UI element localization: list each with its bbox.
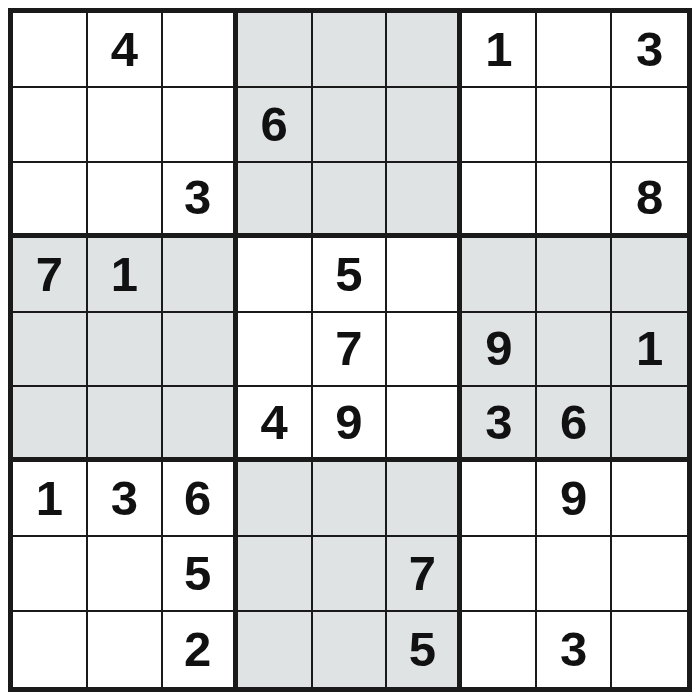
cell-r2c4[interactable]: 6	[238, 88, 313, 163]
cell-r4c8[interactable]	[537, 238, 612, 313]
cell-r4c1[interactable]: 7	[13, 238, 88, 313]
cell-r9c6[interactable]: 5	[387, 612, 462, 687]
cell-r3c8[interactable]	[537, 163, 612, 238]
cell-r7c8[interactable]: 9	[537, 462, 612, 537]
cell-r6c6[interactable]	[387, 387, 462, 462]
cell-r1c5[interactable]	[313, 13, 388, 88]
cell-r3c5[interactable]	[313, 163, 388, 238]
cell-r3c7[interactable]	[462, 163, 537, 238]
cell-r2c1[interactable]	[13, 88, 88, 163]
cell-r2c3[interactable]	[163, 88, 238, 163]
cell-r2c8[interactable]	[537, 88, 612, 163]
cell-r1c8[interactable]	[537, 13, 612, 88]
cell-r3c3[interactable]: 3	[163, 163, 238, 238]
cell-r4c7[interactable]	[462, 238, 537, 313]
cell-r9c8[interactable]: 3	[537, 612, 612, 687]
cell-r4c6[interactable]	[387, 238, 462, 313]
cell-r8c3[interactable]: 5	[163, 537, 238, 612]
cell-r8c8[interactable]	[537, 537, 612, 612]
cell-r2c5[interactable]	[313, 88, 388, 163]
cell-r8c1[interactable]	[13, 537, 88, 612]
cell-r7c5[interactable]	[313, 462, 388, 537]
cell-r5c9[interactable]: 1	[612, 313, 687, 388]
cell-r8c2[interactable]	[88, 537, 163, 612]
cell-r5c7[interactable]: 9	[462, 313, 537, 388]
cell-r6c1[interactable]	[13, 387, 88, 462]
cell-r4c2[interactable]: 1	[88, 238, 163, 313]
cell-r8c9[interactable]	[612, 537, 687, 612]
cell-r2c7[interactable]	[462, 88, 537, 163]
cell-r5c5[interactable]: 7	[313, 313, 388, 388]
cell-r7c6[interactable]	[387, 462, 462, 537]
cell-r2c9[interactable]	[612, 88, 687, 163]
cell-r1c1[interactable]	[13, 13, 88, 88]
cell-r8c6[interactable]: 7	[387, 537, 462, 612]
cell-r7c4[interactable]	[238, 462, 313, 537]
cell-r3c9[interactable]: 8	[612, 163, 687, 238]
cell-r4c5[interactable]: 5	[313, 238, 388, 313]
cell-r6c7[interactable]: 3	[462, 387, 537, 462]
sudoku-board: 4136387157914936136957253	[8, 8, 692, 692]
cell-r3c2[interactable]	[88, 163, 163, 238]
cell-r9c9[interactable]	[612, 612, 687, 687]
cell-r5c6[interactable]	[387, 313, 462, 388]
cell-r7c1[interactable]: 1	[13, 462, 88, 537]
cell-r3c4[interactable]	[238, 163, 313, 238]
cell-r1c4[interactable]	[238, 13, 313, 88]
cell-r9c2[interactable]	[88, 612, 163, 687]
cell-r4c4[interactable]	[238, 238, 313, 313]
cell-r4c9[interactable]	[612, 238, 687, 313]
cell-r7c9[interactable]	[612, 462, 687, 537]
cell-r6c3[interactable]	[163, 387, 238, 462]
cell-r8c4[interactable]	[238, 537, 313, 612]
cell-r6c4[interactable]: 4	[238, 387, 313, 462]
cell-r4c3[interactable]	[163, 238, 238, 313]
cell-r1c6[interactable]	[387, 13, 462, 88]
cell-r2c6[interactable]	[387, 88, 462, 163]
cell-r2c2[interactable]	[88, 88, 163, 163]
cell-r1c2[interactable]: 4	[88, 13, 163, 88]
cell-r9c5[interactable]	[313, 612, 388, 687]
cell-r9c3[interactable]: 2	[163, 612, 238, 687]
cell-r3c6[interactable]	[387, 163, 462, 238]
cell-r1c9[interactable]: 3	[612, 13, 687, 88]
cell-r7c2[interactable]: 3	[88, 462, 163, 537]
cell-r3c1[interactable]	[13, 163, 88, 238]
cell-r1c7[interactable]: 1	[462, 13, 537, 88]
cell-r1c3[interactable]	[163, 13, 238, 88]
cell-r9c4[interactable]	[238, 612, 313, 687]
cell-r6c5[interactable]: 9	[313, 387, 388, 462]
cell-r5c2[interactable]	[88, 313, 163, 388]
cell-r6c2[interactable]	[88, 387, 163, 462]
cell-r8c5[interactable]	[313, 537, 388, 612]
cell-r5c3[interactable]	[163, 313, 238, 388]
cell-r9c7[interactable]	[462, 612, 537, 687]
cell-r5c8[interactable]	[537, 313, 612, 388]
cell-r9c1[interactable]	[13, 612, 88, 687]
cell-r7c7[interactable]	[462, 462, 537, 537]
cell-r6c8[interactable]: 6	[537, 387, 612, 462]
cell-r6c9[interactable]	[612, 387, 687, 462]
cell-r5c1[interactable]	[13, 313, 88, 388]
cell-r7c3[interactable]: 6	[163, 462, 238, 537]
cell-r8c7[interactable]	[462, 537, 537, 612]
cell-r5c4[interactable]	[238, 313, 313, 388]
